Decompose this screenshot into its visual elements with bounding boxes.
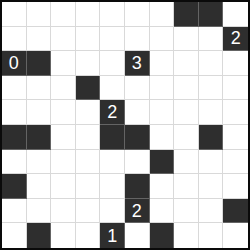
- grid-cell-r7-c2[interactable]: [51, 174, 76, 199]
- grid-cell-r3-c4[interactable]: [100, 76, 125, 101]
- grid-cell-r4-c6[interactable]: [150, 100, 175, 125]
- grid-cell-r9-c5[interactable]: [125, 223, 150, 248]
- grid-cell-r9-c9[interactable]: [223, 223, 248, 248]
- grid-cell-r6-c1[interactable]: [27, 150, 52, 175]
- grid-cell-r4-c1[interactable]: [27, 100, 52, 125]
- grid-cell-r9-c3[interactable]: [76, 223, 101, 248]
- grid-cell-r4-c0[interactable]: [2, 100, 27, 125]
- grid-cell-r7-c9[interactable]: [223, 174, 248, 199]
- grid-cell-r8-c9[interactable]: [223, 199, 248, 224]
- grid-cell-r4-c5[interactable]: [125, 100, 150, 125]
- grid-cell-r5-c2[interactable]: [51, 125, 76, 150]
- grid-cell-r5-c8[interactable]: [199, 125, 224, 150]
- grid-cell-r2-c7[interactable]: [174, 51, 199, 76]
- grid-cell-r2-c9[interactable]: [223, 51, 248, 76]
- grid-cell-r0-c3[interactable]: [76, 2, 101, 27]
- puzzle-board: 203221: [0, 0, 250, 250]
- grid-cell-r5-c1[interactable]: [27, 125, 52, 150]
- grid-cell-r1-c4[interactable]: [100, 27, 125, 52]
- grid-cell-r7-c4[interactable]: [100, 174, 125, 199]
- grid-cell-r2-c2[interactable]: [51, 51, 76, 76]
- puzzle-grid: 203221: [2, 2, 248, 248]
- grid-cell-r9-c6[interactable]: [150, 223, 175, 248]
- grid-cell-r7-c1[interactable]: [27, 174, 52, 199]
- grid-cell-r1-c0[interactable]: [2, 27, 27, 52]
- grid-cell-r3-c2[interactable]: [51, 76, 76, 101]
- grid-cell-r6-c8[interactable]: [199, 150, 224, 175]
- grid-cell-r8-c3[interactable]: [76, 199, 101, 224]
- grid-cell-r8-c1[interactable]: [27, 199, 52, 224]
- grid-cell-r9-c7[interactable]: [174, 223, 199, 248]
- grid-cell-r6-c0[interactable]: [2, 150, 27, 175]
- grid-cell-r3-c5[interactable]: [125, 76, 150, 101]
- grid-cell-r0-c8[interactable]: [199, 2, 224, 27]
- grid-cell-r0-c4[interactable]: [100, 2, 125, 27]
- grid-cell-r0-c6[interactable]: [150, 2, 175, 27]
- grid-cell-r4-c3[interactable]: [76, 100, 101, 125]
- grid-cell-r3-c6[interactable]: [150, 76, 175, 101]
- grid-cell-r0-c1[interactable]: [27, 2, 52, 27]
- grid-cell-r3-c1[interactable]: [27, 76, 52, 101]
- grid-cell-r5-c0[interactable]: [2, 125, 27, 150]
- grid-cell-r4-c9[interactable]: [223, 100, 248, 125]
- grid-cell-r5-c7[interactable]: [174, 125, 199, 150]
- grid-cell-r5-c4[interactable]: [100, 125, 125, 150]
- grid-cell-r1-c2[interactable]: [51, 27, 76, 52]
- grid-cell-r7-c0[interactable]: [2, 174, 27, 199]
- grid-cell-r2-c1[interactable]: [27, 51, 52, 76]
- grid-cell-r4-c4[interactable]: 2: [100, 100, 125, 125]
- grid-cell-r9-c4[interactable]: 1: [100, 223, 125, 248]
- grid-cell-r8-c8[interactable]: [199, 199, 224, 224]
- grid-cell-r1-c5[interactable]: [125, 27, 150, 52]
- grid-cell-r3-c9[interactable]: [223, 76, 248, 101]
- grid-cell-r8-c0[interactable]: [2, 199, 27, 224]
- grid-cell-r3-c7[interactable]: [174, 76, 199, 101]
- grid-cell-r1-c3[interactable]: [76, 27, 101, 52]
- grid-cell-r4-c7[interactable]: [174, 100, 199, 125]
- grid-cell-r9-c1[interactable]: [27, 223, 52, 248]
- grid-cell-r6-c7[interactable]: [174, 150, 199, 175]
- grid-cell-r5-c6[interactable]: [150, 125, 175, 150]
- grid-cell-r2-c0[interactable]: 0: [2, 51, 27, 76]
- grid-cell-r1-c6[interactable]: [150, 27, 175, 52]
- grid-cell-r6-c6[interactable]: [150, 150, 175, 175]
- grid-cell-r3-c3[interactable]: [76, 76, 101, 101]
- grid-cell-r2-c8[interactable]: [199, 51, 224, 76]
- grid-cell-r1-c9[interactable]: 2: [223, 27, 248, 52]
- grid-cell-r4-c8[interactable]: [199, 100, 224, 125]
- grid-cell-r3-c0[interactable]: [2, 76, 27, 101]
- grid-cell-r7-c5[interactable]: [125, 174, 150, 199]
- grid-cell-r2-c3[interactable]: [76, 51, 101, 76]
- grid-cell-r7-c3[interactable]: [76, 174, 101, 199]
- grid-cell-r1-c7[interactable]: [174, 27, 199, 52]
- grid-cell-r7-c6[interactable]: [150, 174, 175, 199]
- grid-cell-r0-c7[interactable]: [174, 2, 199, 27]
- grid-cell-r4-c2[interactable]: [51, 100, 76, 125]
- grid-cell-r3-c8[interactable]: [199, 76, 224, 101]
- grid-cell-r0-c5[interactable]: [125, 2, 150, 27]
- grid-cell-r2-c4[interactable]: [100, 51, 125, 76]
- grid-cell-r7-c8[interactable]: [199, 174, 224, 199]
- grid-cell-r0-c2[interactable]: [51, 2, 76, 27]
- grid-cell-r9-c0[interactable]: [2, 223, 27, 248]
- grid-cell-r0-c0[interactable]: [2, 2, 27, 27]
- grid-cell-r8-c5[interactable]: 2: [125, 199, 150, 224]
- grid-cell-r5-c9[interactable]: [223, 125, 248, 150]
- grid-cell-r5-c3[interactable]: [76, 125, 101, 150]
- grid-cell-r6-c2[interactable]: [51, 150, 76, 175]
- grid-cell-r1-c8[interactable]: [199, 27, 224, 52]
- grid-cell-r8-c2[interactable]: [51, 199, 76, 224]
- grid-cell-r8-c6[interactable]: [150, 199, 175, 224]
- grid-cell-r5-c5[interactable]: [125, 125, 150, 150]
- grid-cell-r6-c9[interactable]: [223, 150, 248, 175]
- grid-cell-r1-c1[interactable]: [27, 27, 52, 52]
- grid-cell-r8-c4[interactable]: [100, 199, 125, 224]
- grid-cell-r6-c5[interactable]: [125, 150, 150, 175]
- grid-cell-r2-c5[interactable]: 3: [125, 51, 150, 76]
- grid-cell-r9-c2[interactable]: [51, 223, 76, 248]
- grid-cell-r6-c3[interactable]: [76, 150, 101, 175]
- grid-cell-r8-c7[interactable]: [174, 199, 199, 224]
- grid-cell-r7-c7[interactable]: [174, 174, 199, 199]
- grid-cell-r0-c9[interactable]: [223, 2, 248, 27]
- grid-cell-r2-c6[interactable]: [150, 51, 175, 76]
- grid-cell-r6-c4[interactable]: [100, 150, 125, 175]
- grid-cell-r9-c8[interactable]: [199, 223, 224, 248]
